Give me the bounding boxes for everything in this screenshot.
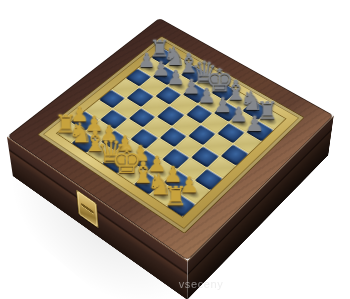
case-lid: ♜♞♝♛♚♝♞♜♟♟♟♟♟♟♟♟♟♟♟♟♟♟♟♟♜♞♝♛♚♝♞♜ [7,18,334,261]
perspective-stage: ♜♞♝♛♚♝♞♜♟♟♟♟♟♟♟♟♟♟♟♟♟♟♟♟♜♞♝♛♚♝♞♜ [0,0,350,299]
watermark-text: vseceny [179,278,224,290]
chess-set-photo: ♜♞♝♛♚♝♞♜♟♟♟♟♟♟♟♟♟♟♟♟♟♟♟♟♜♞♝♛♚♝♞♜ vseceny [0,0,350,299]
piece-white-rook[interactable]: ♜ [164,184,188,210]
pieces-layer: ♜♞♝♛♚♝♞♜♟♟♟♟♟♟♟♟♟♟♟♟♟♟♟♟♜♞♝♛♚♝♞♜ [57,48,285,217]
piece-black-pawn[interactable]: ♟ [246,115,265,135]
